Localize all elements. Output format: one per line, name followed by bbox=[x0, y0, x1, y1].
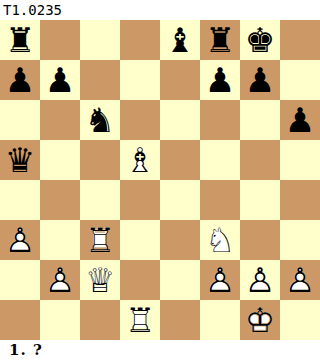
board-square-f3[interactable]: ♞♘ bbox=[200, 220, 240, 260]
piece-white-king[interactable]: ♚♔ bbox=[240, 300, 280, 340]
board-square-f5[interactable] bbox=[200, 140, 240, 180]
board-square-g1[interactable]: ♚♔ bbox=[240, 300, 280, 340]
board-square-d4[interactable] bbox=[120, 180, 160, 220]
piece-black-bishop[interactable]: ♝ bbox=[160, 20, 200, 60]
title-bar: T1.0235 bbox=[0, 0, 320, 20]
board-square-c2[interactable]: ♛♕ bbox=[80, 260, 120, 300]
board-square-a8[interactable]: ♜ bbox=[0, 20, 40, 60]
board-square-d5[interactable]: ♝♗ bbox=[120, 140, 160, 180]
board-square-f4[interactable] bbox=[200, 180, 240, 220]
board-square-b6[interactable] bbox=[40, 100, 80, 140]
board-square-h7[interactable] bbox=[280, 60, 320, 100]
footer-bar: 1. ? bbox=[0, 340, 320, 360]
piece-black-pawn[interactable]: ♟ bbox=[0, 60, 40, 100]
piece-white-pawn[interactable]: ♟♙ bbox=[200, 260, 240, 300]
piece-white-pawn[interactable]: ♟♙ bbox=[280, 260, 320, 300]
board-square-b8[interactable] bbox=[40, 20, 80, 60]
board-square-e5[interactable] bbox=[160, 140, 200, 180]
board-square-d6[interactable] bbox=[120, 100, 160, 140]
board-square-h6[interactable]: ♟ bbox=[280, 100, 320, 140]
board-square-h1[interactable] bbox=[280, 300, 320, 340]
board-square-c6[interactable]: ♞ bbox=[80, 100, 120, 140]
puzzle-title: T1.0235 bbox=[3, 0, 62, 20]
board-square-a3[interactable]: ♟♙ bbox=[0, 220, 40, 260]
board-square-h3[interactable] bbox=[280, 220, 320, 260]
chess-board: ♜♝♜♚♟♟♟♟♞♟♛♝♗♟♙♜♖♞♘♟♙♛♕♟♙♟♙♟♙♜♖♚♔ bbox=[0, 20, 320, 340]
piece-black-pawn[interactable]: ♟ bbox=[200, 60, 240, 100]
board-square-c4[interactable] bbox=[80, 180, 120, 220]
chess-puzzle-app: T1.0235 ♜♝♜♚♟♟♟♟♞♟♛♝♗♟♙♜♖♞♘♟♙♛♕♟♙♟♙♟♙♜♖♚… bbox=[0, 0, 320, 360]
board-square-a2[interactable] bbox=[0, 260, 40, 300]
board-square-g8[interactable]: ♚ bbox=[240, 20, 280, 60]
board-square-c7[interactable] bbox=[80, 60, 120, 100]
board-square-h8[interactable] bbox=[280, 20, 320, 60]
board-square-g4[interactable] bbox=[240, 180, 280, 220]
board-square-e2[interactable] bbox=[160, 260, 200, 300]
board-square-g5[interactable] bbox=[240, 140, 280, 180]
board-square-f8[interactable]: ♜ bbox=[200, 20, 240, 60]
board-square-c1[interactable] bbox=[80, 300, 120, 340]
board-square-f7[interactable]: ♟ bbox=[200, 60, 240, 100]
board-square-b7[interactable]: ♟ bbox=[40, 60, 80, 100]
piece-white-knight[interactable]: ♞♘ bbox=[200, 220, 240, 260]
board-square-a4[interactable] bbox=[0, 180, 40, 220]
board-square-e4[interactable] bbox=[160, 180, 200, 220]
piece-white-pawn[interactable]: ♟♙ bbox=[0, 220, 40, 260]
board-square-e3[interactable] bbox=[160, 220, 200, 260]
board-square-b5[interactable] bbox=[40, 140, 80, 180]
board-square-d7[interactable] bbox=[120, 60, 160, 100]
board-square-c5[interactable] bbox=[80, 140, 120, 180]
board-square-a7[interactable]: ♟ bbox=[0, 60, 40, 100]
board-square-b3[interactable] bbox=[40, 220, 80, 260]
piece-black-knight[interactable]: ♞ bbox=[80, 100, 120, 140]
piece-black-pawn[interactable]: ♟ bbox=[40, 60, 80, 100]
piece-black-rook[interactable]: ♜ bbox=[200, 20, 240, 60]
board-square-h4[interactable] bbox=[280, 180, 320, 220]
board-square-e6[interactable] bbox=[160, 100, 200, 140]
board-square-e1[interactable] bbox=[160, 300, 200, 340]
board-square-a5[interactable]: ♛ bbox=[0, 140, 40, 180]
piece-white-rook[interactable]: ♜♖ bbox=[80, 220, 120, 260]
board-square-e7[interactable] bbox=[160, 60, 200, 100]
board-square-g2[interactable]: ♟♙ bbox=[240, 260, 280, 300]
piece-white-bishop[interactable]: ♝♗ bbox=[120, 140, 160, 180]
board-square-f1[interactable] bbox=[200, 300, 240, 340]
piece-black-pawn[interactable]: ♟ bbox=[280, 100, 320, 140]
board-square-e8[interactable]: ♝ bbox=[160, 20, 200, 60]
board-square-b4[interactable] bbox=[40, 180, 80, 220]
board-square-d2[interactable] bbox=[120, 260, 160, 300]
board-square-f2[interactable]: ♟♙ bbox=[200, 260, 240, 300]
piece-white-pawn[interactable]: ♟♙ bbox=[40, 260, 80, 300]
piece-black-queen[interactable]: ♛ bbox=[0, 140, 40, 180]
piece-black-pawn[interactable]: ♟ bbox=[240, 60, 280, 100]
piece-black-king[interactable]: ♚ bbox=[240, 20, 280, 60]
board-square-d3[interactable] bbox=[120, 220, 160, 260]
piece-white-pawn[interactable]: ♟♙ bbox=[240, 260, 280, 300]
board-square-b2[interactable]: ♟♙ bbox=[40, 260, 80, 300]
board-square-f6[interactable] bbox=[200, 100, 240, 140]
piece-black-rook[interactable]: ♜ bbox=[0, 20, 40, 60]
board-square-a1[interactable] bbox=[0, 300, 40, 340]
board-square-g3[interactable] bbox=[240, 220, 280, 260]
board-square-d8[interactable] bbox=[120, 20, 160, 60]
board-square-b1[interactable] bbox=[40, 300, 80, 340]
board-square-d1[interactable]: ♜♖ bbox=[120, 300, 160, 340]
piece-white-queen[interactable]: ♛♕ bbox=[80, 260, 120, 300]
board-square-c3[interactable]: ♜♖ bbox=[80, 220, 120, 260]
move-prompt: 1. ? bbox=[9, 340, 43, 360]
board-square-g6[interactable] bbox=[240, 100, 280, 140]
board-square-h2[interactable]: ♟♙ bbox=[280, 260, 320, 300]
piece-white-rook[interactable]: ♜♖ bbox=[120, 300, 160, 340]
board-square-a6[interactable] bbox=[0, 100, 40, 140]
board-square-g7[interactable]: ♟ bbox=[240, 60, 280, 100]
board-square-h5[interactable] bbox=[280, 140, 320, 180]
board-square-c8[interactable] bbox=[80, 20, 120, 60]
